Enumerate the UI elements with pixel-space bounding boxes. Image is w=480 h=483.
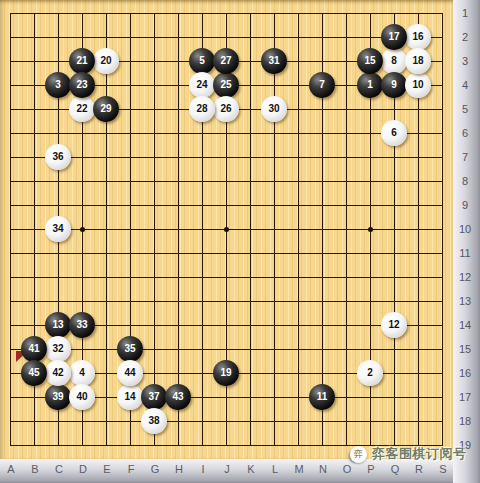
row-label-4: 4 (453, 79, 477, 91)
stone-D3: 21 (69, 48, 95, 74)
col-label-G: G (147, 463, 163, 476)
row-label-10: 10 (453, 223, 477, 235)
star-point-J10 (224, 227, 229, 232)
stone-E5: 29 (93, 96, 119, 122)
stone-E3: 20 (93, 48, 119, 74)
stone-C15: 32 (45, 336, 71, 362)
col-label-M: M (291, 463, 307, 476)
col-label-F: F (123, 463, 139, 476)
row-label-6: 6 (453, 127, 477, 139)
col-label-L: L (267, 463, 283, 476)
row-label-2: 2 (453, 31, 477, 43)
stone-I3: 5 (189, 48, 215, 74)
col-label-C: C (51, 463, 67, 476)
stone-D5: 22 (69, 96, 95, 122)
row-label-15: 15 (453, 343, 477, 355)
stone-F16: 44 (117, 360, 143, 386)
stone-C7: 36 (45, 144, 71, 170)
stone-Q2: 17 (381, 24, 407, 50)
row-label-1: 1 (453, 7, 477, 19)
col-label-P: P (363, 463, 379, 476)
watermark-text: 弈客围棋订阅号 (372, 445, 467, 463)
stone-C10: 34 (45, 216, 71, 242)
col-label-A: A (3, 463, 19, 476)
stone-P4: 1 (357, 72, 383, 98)
row-label-7: 7 (453, 151, 477, 163)
row-coordinate-strip (453, 0, 480, 483)
star-point-D10 (80, 227, 85, 232)
row-label-18: 18 (453, 415, 477, 427)
row-label-3: 3 (453, 55, 477, 67)
stone-R3: 18 (405, 48, 431, 74)
stone-R2: 16 (405, 24, 431, 50)
row-label-16: 16 (453, 367, 477, 379)
stone-C17: 39 (45, 384, 71, 410)
stone-N4: 7 (309, 72, 335, 98)
stone-I5: 28 (189, 96, 215, 122)
col-label-H: H (171, 463, 187, 476)
star-point-P10 (368, 227, 373, 232)
stone-J5: 26 (213, 96, 239, 122)
stone-D17: 40 (69, 384, 95, 410)
stone-B15: 41 (21, 336, 47, 362)
stone-Q4: 9 (381, 72, 407, 98)
stone-P3: 15 (357, 48, 383, 74)
stone-Q3: 8 (381, 48, 407, 74)
stone-B16: 45 (21, 360, 47, 386)
stone-C4: 3 (45, 72, 71, 98)
row-label-14: 14 (453, 319, 477, 331)
stone-L5: 30 (261, 96, 287, 122)
col-label-B: B (27, 463, 43, 476)
watermark: 弈 弈客围棋订阅号 (350, 444, 467, 464)
row-label-8: 8 (453, 175, 477, 187)
stone-C14: 13 (45, 312, 71, 338)
stone-R4: 10 (405, 72, 431, 98)
go-board[interactable]: 1234567891011121314151617181920212223242… (0, 0, 453, 459)
stone-D14: 33 (69, 312, 95, 338)
row-label-9: 9 (453, 199, 477, 211)
stone-Q14: 12 (381, 312, 407, 338)
stone-G17: 37 (141, 384, 167, 410)
col-label-S: S (435, 463, 451, 476)
stone-I4: 24 (189, 72, 215, 98)
col-label-Q: Q (387, 463, 403, 476)
stone-P16: 2 (357, 360, 383, 386)
col-label-N: N (315, 463, 331, 476)
stone-D4: 23 (69, 72, 95, 98)
col-label-R: R (411, 463, 427, 476)
stone-J16: 19 (213, 360, 239, 386)
yike-logo-icon: 弈 (350, 446, 367, 463)
col-label-E: E (99, 463, 115, 476)
col-label-J: J (219, 463, 235, 476)
stone-F15: 35 (117, 336, 143, 362)
row-label-5: 5 (453, 103, 477, 115)
col-label-O: O (339, 463, 355, 476)
stone-C16: 42 (45, 360, 71, 386)
stone-D16: 4 (69, 360, 95, 386)
stone-H17: 43 (165, 384, 191, 410)
stone-G18: 38 (141, 408, 167, 434)
row-label-11: 11 (453, 247, 477, 259)
row-label-12: 12 (453, 271, 477, 283)
stone-F17: 14 (117, 384, 143, 410)
col-label-K: K (243, 463, 259, 476)
row-label-13: 13 (453, 295, 477, 307)
stone-J3: 27 (213, 48, 239, 74)
col-label-D: D (75, 463, 91, 476)
stone-Q6: 6 (381, 120, 407, 146)
stone-L3: 31 (261, 48, 287, 74)
stone-J4: 25 (213, 72, 239, 98)
col-label-I: I (195, 463, 211, 476)
go-diagram: 1234567891011121314151617181920212223242… (0, 0, 480, 483)
stone-N17: 11 (309, 384, 335, 410)
row-label-17: 17 (453, 391, 477, 403)
